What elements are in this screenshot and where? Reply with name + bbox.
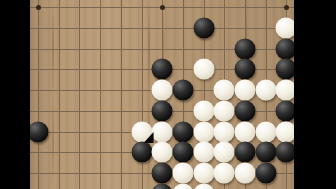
white-stone (255, 80, 276, 101)
white-stone (214, 100, 235, 121)
black-stone (193, 17, 214, 38)
white-stone (214, 142, 235, 163)
white-stone (214, 80, 235, 101)
black-stone (235, 142, 256, 163)
black-stone (30, 121, 49, 142)
letterbox-left (0, 0, 30, 189)
letterbox-right (294, 0, 336, 189)
white-stone (276, 80, 294, 101)
white-stone (214, 163, 235, 184)
white-stone (193, 100, 214, 121)
white-stone (235, 121, 256, 142)
white-stone (193, 121, 214, 142)
black-stone (235, 100, 256, 121)
white-stone (276, 121, 294, 142)
star-point (36, 5, 41, 10)
white-stone (152, 142, 173, 163)
white-stone (255, 121, 276, 142)
black-stone (255, 163, 276, 184)
black-stone (255, 142, 276, 163)
white-stone (276, 17, 294, 38)
star-point (160, 5, 165, 10)
black-stone (276, 38, 294, 59)
black-stone (172, 80, 193, 101)
white-stone (193, 142, 214, 163)
black-stone (131, 142, 152, 163)
black-stone (152, 163, 173, 184)
black-stone (152, 100, 173, 121)
white-stone (193, 163, 214, 184)
black-stone (276, 100, 294, 121)
white-stone (193, 59, 214, 80)
white-stone (235, 163, 256, 184)
black-stone (276, 142, 294, 163)
white-stone (152, 80, 173, 101)
star-point (284, 5, 289, 10)
black-stone (235, 38, 256, 59)
grid-line-horizontal (30, 28, 294, 29)
black-stone (235, 59, 256, 80)
black-stone (276, 59, 294, 80)
black-stone (152, 183, 173, 189)
black-stone (172, 121, 193, 142)
black-stone (172, 142, 193, 163)
white-stone (214, 121, 235, 142)
white-stone (172, 163, 193, 184)
black-stone (152, 59, 173, 80)
go-game-screenshot (0, 0, 336, 189)
go-board[interactable] (30, 0, 294, 189)
white-stone (172, 183, 193, 189)
white-stone (193, 183, 214, 189)
white-stone (152, 121, 173, 142)
white-stone (235, 80, 256, 101)
